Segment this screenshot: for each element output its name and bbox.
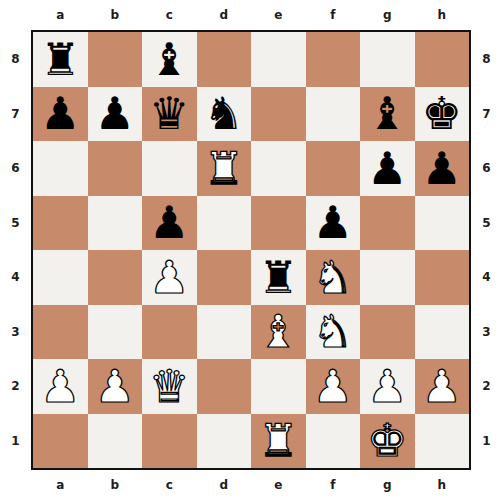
square-b6[interactable] <box>88 141 143 196</box>
rank-label-3: 3 <box>0 305 31 360</box>
black-pawn-a7[interactable]: ♟ <box>40 91 80 136</box>
black-queen-c7[interactable]: ♛ <box>149 91 189 136</box>
white-pawn-b2[interactable]: ♟ <box>95 364 135 409</box>
rank-label-2: 2 <box>0 359 31 414</box>
square-d7[interactable]: ♞ <box>197 87 252 142</box>
square-f8[interactable] <box>306 32 361 87</box>
square-f2[interactable]: ♟ <box>306 359 361 414</box>
corner-bottom-right <box>471 470 502 500</box>
file-label-c: c <box>142 470 197 500</box>
square-g8[interactable] <box>360 32 415 87</box>
file-label-e: e <box>251 470 306 500</box>
square-b2[interactable]: ♟ <box>88 359 143 414</box>
square-g7[interactable]: ♝ <box>360 87 415 142</box>
corner-top-left <box>0 0 31 30</box>
square-d8[interactable] <box>197 32 252 87</box>
chess-board: ♜♝♟♟♛♞♝♚♜♟♟♟♟♟♜♞♝♞♟♟♛♟♟♟♜♚ <box>31 30 471 470</box>
square-e2[interactable] <box>251 359 306 414</box>
file-label-d: d <box>197 0 252 30</box>
rank-labels-left: 87654321 <box>0 30 31 470</box>
white-rook-d6[interactable]: ♜ <box>204 146 244 191</box>
black-rook-a8[interactable]: ♜ <box>40 37 80 82</box>
rank-label-3: 3 <box>471 305 502 360</box>
file-label-a: a <box>33 0 88 30</box>
black-pawn-g6[interactable]: ♟ <box>367 146 407 191</box>
rank-label-7: 7 <box>0 87 31 142</box>
square-d6[interactable]: ♜ <box>197 141 252 196</box>
rank-labels-right: 87654321 <box>471 30 502 470</box>
square-g3[interactable] <box>360 305 415 360</box>
square-c3[interactable] <box>142 305 197 360</box>
file-labels-top: abcdefgh <box>31 0 471 30</box>
white-bishop-e3[interactable]: ♝ <box>258 309 298 354</box>
black-king-h7[interactable]: ♚ <box>422 91 462 136</box>
square-d1[interactable] <box>197 414 252 469</box>
square-h8[interactable] <box>415 32 470 87</box>
square-h5[interactable] <box>415 196 470 251</box>
square-b4[interactable] <box>88 250 143 305</box>
black-knight-d7[interactable]: ♞ <box>204 91 244 136</box>
square-g6[interactable]: ♟ <box>360 141 415 196</box>
square-a5[interactable] <box>33 196 88 251</box>
rank-label-6: 6 <box>471 141 502 196</box>
square-h1[interactable] <box>415 414 470 469</box>
file-label-e: e <box>251 0 306 30</box>
corner-bottom-left <box>0 470 31 500</box>
square-e1[interactable]: ♜ <box>251 414 306 469</box>
square-e4[interactable]: ♜ <box>251 250 306 305</box>
square-f6[interactable] <box>306 141 361 196</box>
chess-diagram: abcdefgh 87654321 ♜♝♟♟♛♞♝♚♜♟♟♟♟♟♜♞♝♞♟♟♛♟… <box>0 0 502 500</box>
square-d2[interactable] <box>197 359 252 414</box>
white-queen-c2[interactable]: ♛ <box>149 364 189 409</box>
square-c2[interactable]: ♛ <box>142 359 197 414</box>
square-c4[interactable]: ♟ <box>142 250 197 305</box>
file-label-g: g <box>360 470 415 500</box>
square-c7[interactable]: ♛ <box>142 87 197 142</box>
square-h2[interactable]: ♟ <box>415 359 470 414</box>
rank-label-7: 7 <box>471 87 502 142</box>
black-pawn-h6[interactable]: ♟ <box>422 146 462 191</box>
square-a4[interactable] <box>33 250 88 305</box>
square-c1[interactable] <box>142 414 197 469</box>
square-b7[interactable]: ♟ <box>88 87 143 142</box>
square-a8[interactable]: ♜ <box>33 32 88 87</box>
white-knight-f3[interactable]: ♞ <box>313 309 353 354</box>
square-f3[interactable]: ♞ <box>306 305 361 360</box>
square-a1[interactable] <box>33 414 88 469</box>
black-pawn-c5[interactable]: ♟ <box>149 200 189 245</box>
rank-label-5: 5 <box>471 196 502 251</box>
square-d3[interactable] <box>197 305 252 360</box>
file-label-c: c <box>142 0 197 30</box>
corner-top-right <box>471 0 502 30</box>
file-label-b: b <box>88 0 143 30</box>
black-pawn-b7[interactable]: ♟ <box>95 91 135 136</box>
rank-label-5: 5 <box>0 196 31 251</box>
square-a7[interactable]: ♟ <box>33 87 88 142</box>
file-label-b: b <box>88 470 143 500</box>
rank-label-2: 2 <box>471 359 502 414</box>
rank-label-8: 8 <box>0 32 31 87</box>
rank-label-6: 6 <box>0 141 31 196</box>
square-c6[interactable] <box>142 141 197 196</box>
white-rook-e1[interactable]: ♜ <box>258 418 298 463</box>
file-labels-bottom: abcdefgh <box>31 470 471 500</box>
file-label-f: f <box>306 0 361 30</box>
square-e3[interactable]: ♝ <box>251 305 306 360</box>
white-pawn-f2[interactable]: ♟ <box>313 364 353 409</box>
white-pawn-c4[interactable]: ♟ <box>149 255 189 300</box>
square-f5[interactable]: ♟ <box>306 196 361 251</box>
square-e7[interactable] <box>251 87 306 142</box>
square-b8[interactable] <box>88 32 143 87</box>
white-knight-f4[interactable]: ♞ <box>313 255 353 300</box>
square-d4[interactable] <box>197 250 252 305</box>
file-label-a: a <box>33 470 88 500</box>
square-h4[interactable] <box>415 250 470 305</box>
square-e8[interactable] <box>251 32 306 87</box>
square-a6[interactable] <box>33 141 88 196</box>
square-g1[interactable]: ♚ <box>360 414 415 469</box>
square-g4[interactable] <box>360 250 415 305</box>
square-b1[interactable] <box>88 414 143 469</box>
square-h7[interactable]: ♚ <box>415 87 470 142</box>
white-pawn-a2[interactable]: ♟ <box>40 364 80 409</box>
square-f4[interactable]: ♞ <box>306 250 361 305</box>
rank-label-8: 8 <box>471 32 502 87</box>
square-c8[interactable]: ♝ <box>142 32 197 87</box>
square-f7[interactable] <box>306 87 361 142</box>
square-c5[interactable]: ♟ <box>142 196 197 251</box>
square-f1[interactable] <box>306 414 361 469</box>
black-rook-e4[interactable]: ♜ <box>258 255 298 300</box>
square-d5[interactable] <box>197 196 252 251</box>
rank-label-4: 4 <box>0 250 31 305</box>
white-pawn-g2[interactable]: ♟ <box>367 364 407 409</box>
square-a3[interactable] <box>33 305 88 360</box>
file-label-f: f <box>306 470 361 500</box>
square-e5[interactable] <box>251 196 306 251</box>
black-bishop-g7[interactable]: ♝ <box>367 91 407 136</box>
square-b5[interactable] <box>88 196 143 251</box>
file-label-d: d <box>197 470 252 500</box>
file-label-h: h <box>415 0 470 30</box>
rank-label-4: 4 <box>471 250 502 305</box>
square-a2[interactable]: ♟ <box>33 359 88 414</box>
white-king-g1[interactable]: ♚ <box>367 418 407 463</box>
square-h3[interactable] <box>415 305 470 360</box>
black-bishop-c8[interactable]: ♝ <box>149 37 189 82</box>
white-pawn-h2[interactable]: ♟ <box>422 364 462 409</box>
square-g2[interactable]: ♟ <box>360 359 415 414</box>
square-b3[interactable] <box>88 305 143 360</box>
square-e6[interactable] <box>251 141 306 196</box>
file-label-g: g <box>360 0 415 30</box>
rank-label-1: 1 <box>471 414 502 469</box>
black-pawn-f5[interactable]: ♟ <box>313 200 353 245</box>
square-g5[interactable] <box>360 196 415 251</box>
rank-label-1: 1 <box>0 414 31 469</box>
square-h6[interactable]: ♟ <box>415 141 470 196</box>
file-label-h: h <box>415 470 470 500</box>
